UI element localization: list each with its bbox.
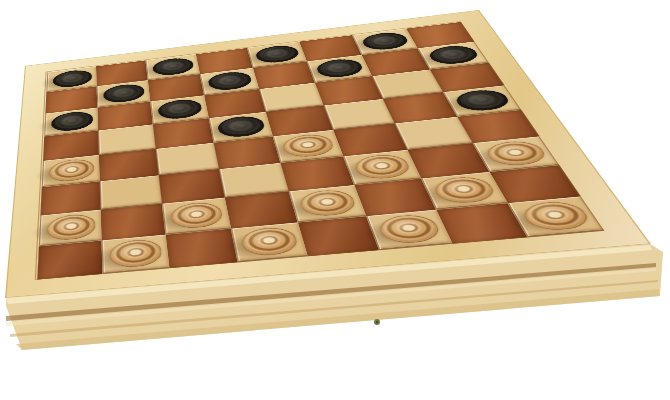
black-checker[interactable] xyxy=(157,98,202,120)
checker-top xyxy=(47,213,95,241)
square-h1[interactable] xyxy=(508,197,605,238)
white-checker[interactable] xyxy=(49,158,93,183)
black-checker[interactable] xyxy=(103,83,144,104)
black-checker[interactable] xyxy=(152,57,194,77)
checker-top xyxy=(157,98,202,120)
clasp-pin-center xyxy=(376,321,379,324)
black-checker[interactable] xyxy=(53,69,92,89)
checker-top xyxy=(110,238,162,268)
checker-top xyxy=(103,83,144,104)
black-checker[interactable] xyxy=(51,110,92,132)
checker-top xyxy=(49,158,93,183)
square-d1[interactable] xyxy=(231,223,308,263)
photo-stage xyxy=(0,0,670,400)
checker-top xyxy=(152,57,194,77)
checker-top xyxy=(51,110,92,132)
square-b1[interactable] xyxy=(101,235,169,274)
checker-top xyxy=(53,69,92,89)
white-checker[interactable] xyxy=(47,213,95,241)
white-checker[interactable] xyxy=(110,238,162,268)
